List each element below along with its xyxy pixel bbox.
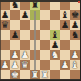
piece-black-rook[interactable]: ♜	[30, 0, 40, 10]
square-f2[interactable]	[50, 60, 60, 70]
square-e7[interactable]	[40, 10, 50, 20]
piece-black-knight[interactable]: ♞	[10, 0, 20, 10]
square-c7[interactable]: ♟	[20, 10, 30, 20]
piece-white-queen[interactable]: ♛	[20, 60, 30, 70]
piece-black-pawn[interactable]: ♟	[10, 30, 20, 40]
square-b7[interactable]	[10, 10, 20, 20]
square-b5[interactable]: ♟	[10, 30, 20, 40]
window-edge-left	[0, 0, 1, 80]
chess-app-window: ♞♜♟♟♝♚♛♟♟♟♝♞♟♟♟♞♟♟♟♛♟♝♚♜♜	[0, 0, 80, 80]
window-edge-top	[0, 0, 80, 2]
square-a5[interactable]	[0, 30, 10, 40]
square-b8[interactable]: ♞	[10, 0, 20, 10]
square-h2[interactable]: ♝	[70, 60, 80, 70]
square-g2[interactable]: ♟	[60, 60, 70, 70]
square-e4[interactable]	[40, 40, 50, 50]
piece-white-pawn[interactable]: ♟	[60, 60, 70, 70]
piece-black-pawn[interactable]: ♟	[60, 20, 70, 30]
square-e6[interactable]	[40, 20, 50, 30]
square-f7[interactable]	[50, 10, 60, 20]
square-g6[interactable]: ♟	[60, 20, 70, 30]
square-a2[interactable]: ♟	[0, 60, 10, 70]
square-e3[interactable]	[40, 50, 50, 60]
notification-dot	[78, 1, 81, 4]
piece-black-queen[interactable]: ♛	[0, 20, 10, 30]
square-g5[interactable]	[60, 30, 70, 40]
square-g4[interactable]	[60, 40, 70, 50]
square-e8[interactable]	[40, 0, 50, 10]
square-c6[interactable]	[20, 20, 30, 30]
square-f8[interactable]	[50, 0, 60, 10]
chess-board: ♞♜♟♟♝♚♛♟♟♟♝♞♟♟♟♞♟♟♟♛♟♝♚♜♜	[0, 0, 80, 80]
piece-white-bishop[interactable]: ♝	[70, 60, 80, 70]
square-c5[interactable]	[20, 30, 30, 40]
square-f3[interactable]: ♞	[50, 50, 60, 60]
piece-white-pawn[interactable]: ♟	[0, 60, 10, 70]
square-c2[interactable]: ♛	[20, 60, 30, 70]
piece-black-knight[interactable]: ♞	[70, 30, 80, 40]
window-edge-bottom	[0, 79, 80, 81]
square-e5[interactable]	[40, 30, 50, 40]
engine-arrow-d-file	[34, 11, 36, 76]
square-a6[interactable]: ♛	[0, 20, 10, 30]
square-a4[interactable]	[0, 40, 10, 50]
piece-black-pawn[interactable]: ♟	[20, 10, 30, 20]
square-h5[interactable]: ♞	[70, 30, 80, 40]
piece-white-knight[interactable]: ♞	[50, 50, 60, 60]
square-d8[interactable]: ♜	[30, 0, 40, 10]
